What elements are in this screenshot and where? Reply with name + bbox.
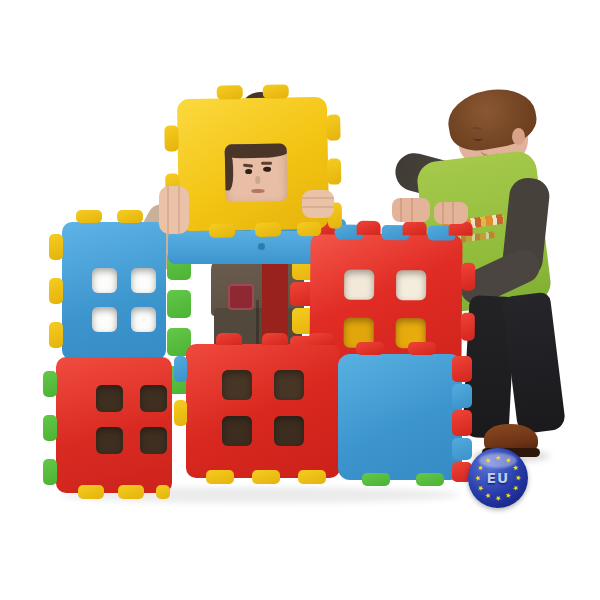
knob — [217, 85, 243, 99]
block-hole — [96, 427, 123, 454]
boy-right-leg — [502, 292, 566, 435]
knob — [262, 333, 288, 345]
block-hole — [222, 416, 252, 446]
knob — [209, 223, 235, 237]
knob — [76, 210, 102, 223]
knob — [43, 415, 57, 441]
eu-star-icon: ★ — [503, 490, 514, 501]
center-bottom-block — [186, 344, 340, 478]
knob — [298, 470, 326, 484]
knob — [357, 221, 381, 235]
block-hole — [92, 307, 117, 332]
knob — [452, 410, 472, 436]
boy-ear — [512, 128, 525, 145]
girl-mouth — [251, 189, 264, 193]
eu-star-icon: ★ — [494, 454, 502, 462]
block-hole — [140, 385, 167, 412]
knob — [403, 221, 427, 235]
bottom-right-block — [338, 354, 462, 480]
photo-stage: ★ ★ ★ ★ ★ ★ ★ ★ ★ ★ ★ ★ EU — [0, 0, 600, 600]
knob — [452, 356, 472, 382]
knob — [297, 222, 321, 236]
block-hole — [131, 268, 156, 293]
knob — [174, 356, 187, 382]
knob — [216, 333, 242, 345]
lintel-dimple — [258, 243, 265, 250]
knob — [49, 234, 63, 260]
boy-eye — [473, 134, 483, 141]
eu-badge: ★ ★ ★ ★ ★ ★ ★ ★ ★ ★ ★ ★ EU — [468, 448, 528, 508]
girl-trouser-patch — [228, 284, 254, 310]
knob — [327, 158, 341, 184]
block-hole — [131, 307, 156, 332]
block-hole — [274, 370, 304, 400]
girl-eyebrow-left — [243, 163, 253, 167]
knob — [167, 290, 191, 318]
knob — [263, 84, 289, 98]
knob — [118, 485, 144, 499]
block-hole — [344, 270, 374, 300]
knob — [362, 473, 390, 486]
girl-eye-right — [263, 167, 271, 172]
girl-right-hand — [302, 190, 334, 218]
knob — [174, 400, 187, 426]
left-top-wall-block — [62, 222, 166, 360]
knob — [255, 223, 281, 237]
eu-label: EU — [468, 470, 528, 486]
left-bottom-wall-block — [56, 357, 172, 493]
knob — [156, 485, 170, 499]
girl-left-hand — [159, 186, 189, 234]
knob — [452, 384, 472, 408]
knob — [78, 485, 104, 499]
block-hole — [96, 385, 123, 412]
window-opening — [225, 143, 288, 202]
knob — [416, 473, 444, 486]
eu-star-icon: ★ — [483, 490, 494, 501]
knob — [49, 322, 63, 348]
block-hole — [396, 270, 426, 300]
boy-left-hand — [392, 198, 430, 222]
block-hole — [274, 416, 304, 446]
block-hole — [140, 427, 167, 454]
knob — [408, 342, 436, 355]
boy-right-hand — [434, 202, 468, 224]
knob — [326, 114, 340, 140]
knob — [308, 333, 334, 345]
block-hole — [222, 370, 252, 400]
knob — [206, 470, 234, 484]
knob — [461, 313, 475, 341]
girl-eye-left — [245, 169, 252, 174]
knob — [43, 459, 57, 485]
girl-eyebrow-right — [261, 162, 272, 165]
block-hole — [92, 268, 117, 293]
knob — [49, 278, 63, 304]
girl-nose — [255, 176, 260, 184]
knob — [164, 125, 178, 151]
knob — [356, 342, 384, 355]
knob — [43, 371, 57, 397]
girl-hair — [225, 143, 288, 158]
eu-star-icon: ★ — [494, 494, 502, 502]
knob — [452, 438, 472, 460]
knob — [252, 470, 280, 484]
knob — [117, 210, 143, 223]
knob — [461, 263, 475, 291]
